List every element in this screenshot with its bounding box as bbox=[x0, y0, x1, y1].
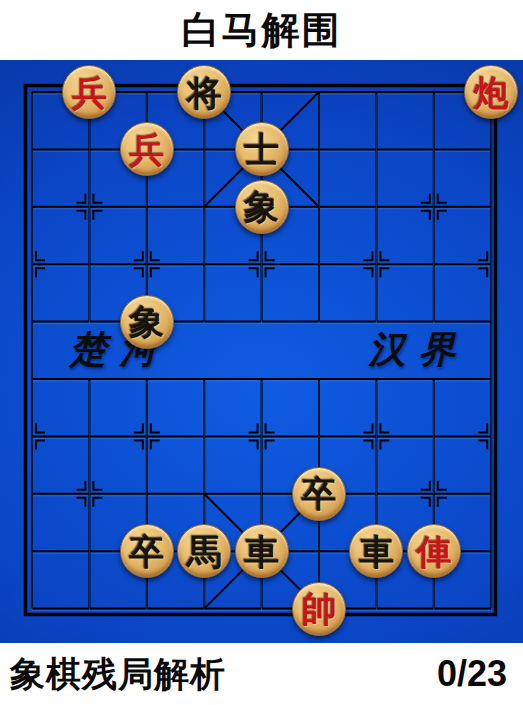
piece-glyph: 俥 bbox=[416, 534, 451, 569]
puzzle-title: 白马解围 bbox=[182, 5, 342, 56]
piece-glyph: 兵 bbox=[72, 75, 107, 110]
piece-glyph: 車 bbox=[359, 534, 394, 569]
piece-black[interactable]: 車 bbox=[235, 524, 289, 578]
piece-red[interactable]: 帥 bbox=[292, 582, 346, 636]
piece-glyph: 象 bbox=[129, 304, 164, 339]
piece-black[interactable]: 卒 bbox=[120, 524, 174, 578]
piece-glyph: 象 bbox=[244, 189, 279, 224]
progress-counter: 0/23 bbox=[437, 653, 507, 695]
footer-label: 象棋残局解析 bbox=[10, 651, 226, 698]
piece-black[interactable]: 象 bbox=[120, 295, 174, 349]
title-bar: 白马解围 bbox=[0, 0, 523, 60]
piece-glyph: 車 bbox=[244, 534, 279, 569]
piece-black[interactable]: 士 bbox=[235, 122, 289, 176]
piece-red[interactable]: 炮 bbox=[464, 65, 518, 119]
piece-glyph: 士 bbox=[244, 132, 279, 167]
piece-black[interactable]: 象 bbox=[235, 180, 289, 234]
piece-black[interactable]: 馬 bbox=[177, 524, 231, 578]
piece-red[interactable]: 兵 bbox=[120, 122, 174, 176]
piece-glyph: 将 bbox=[187, 75, 222, 110]
board-area: 楚河 汉界 兵将炮兵士象象卒卒馬車車俥帥 bbox=[0, 60, 523, 643]
footer-bar: 象棋残局解析 0/23 bbox=[0, 643, 523, 705]
piece-glyph: 卒 bbox=[129, 534, 164, 569]
piece-glyph: 帥 bbox=[302, 591, 337, 626]
piece-red[interactable]: 兵 bbox=[62, 65, 116, 119]
piece-red[interactable]: 俥 bbox=[407, 524, 461, 578]
piece-black[interactable]: 卒 bbox=[292, 467, 346, 521]
piece-black[interactable]: 将 bbox=[177, 65, 231, 119]
piece-glyph: 兵 bbox=[129, 132, 164, 167]
piece-glyph: 卒 bbox=[302, 476, 337, 511]
piece-glyph: 馬 bbox=[187, 534, 222, 569]
xiangqi-puzzle-app: 白马解围 楚河 汉界 兵将炮兵士象象卒卒馬車車俥帥 象棋残局解析 0/23 bbox=[0, 0, 523, 705]
piece-glyph: 炮 bbox=[474, 75, 509, 110]
